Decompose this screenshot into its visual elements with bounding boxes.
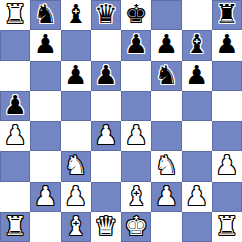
square-f5[interactable]	[151, 91, 181, 121]
square-g5[interactable]	[182, 91, 212, 121]
black-pawn-icon[interactable]: ♟	[155, 31, 178, 57]
white-rook-icon[interactable]: ♜	[3, 1, 26, 27]
square-c1[interactable]: ♝	[61, 212, 91, 242]
square-c3[interactable]: ♞	[61, 151, 91, 181]
square-h7[interactable]: ♟	[212, 30, 242, 60]
square-b3[interactable]	[30, 151, 60, 181]
square-g7[interactable]: ♝	[182, 30, 212, 60]
white-king-icon[interactable]: ♚	[124, 213, 147, 239]
white-rook-icon[interactable]: ♜	[215, 213, 238, 239]
square-f4[interactable]	[151, 121, 181, 151]
square-f7[interactable]: ♟	[151, 30, 181, 60]
square-h3[interactable]: ♟	[212, 151, 242, 181]
square-g4[interactable]	[182, 121, 212, 151]
square-a3[interactable]	[0, 151, 30, 181]
square-f3[interactable]: ♞	[151, 151, 181, 181]
white-pawn-icon[interactable]: ♟	[155, 183, 178, 209]
square-f8[interactable]	[151, 0, 181, 30]
black-queen-icon[interactable]: ♛	[94, 1, 117, 27]
square-a1[interactable]: ♜	[0, 212, 30, 242]
square-h1[interactable]: ♜	[212, 212, 242, 242]
square-c7[interactable]	[61, 30, 91, 60]
square-b8[interactable]: ♞	[30, 0, 60, 30]
square-d8[interactable]: ♛	[91, 0, 121, 30]
black-pawn-icon[interactable]: ♟	[185, 62, 208, 88]
black-pawn-icon[interactable]: ♟	[34, 31, 57, 57]
white-bishop-icon[interactable]: ♝	[124, 183, 147, 209]
square-d1[interactable]: ♛	[91, 212, 121, 242]
white-knight-icon[interactable]: ♞	[155, 152, 178, 178]
square-g1[interactable]	[182, 212, 212, 242]
square-g6[interactable]: ♟	[182, 61, 212, 91]
black-bishop-icon[interactable]: ♝	[185, 31, 208, 57]
square-f1[interactable]	[151, 212, 181, 242]
square-d7[interactable]	[91, 30, 121, 60]
white-pawn-icon[interactable]: ♟	[185, 183, 208, 209]
square-c8[interactable]: ♝	[61, 0, 91, 30]
square-d5[interactable]	[91, 91, 121, 121]
white-pawn-icon[interactable]: ♟	[64, 183, 87, 209]
square-f2[interactable]: ♟	[151, 182, 181, 212]
square-e2[interactable]: ♝	[121, 182, 151, 212]
square-g3[interactable]	[182, 151, 212, 181]
square-e3[interactable]	[121, 151, 151, 181]
square-c6[interactable]: ♟	[61, 61, 91, 91]
square-h8[interactable]: ♜	[212, 0, 242, 30]
square-c5[interactable]	[61, 91, 91, 121]
square-e4[interactable]: ♟	[121, 121, 151, 151]
white-pawn-icon[interactable]: ♟	[124, 122, 147, 148]
square-d4[interactable]: ♟	[91, 121, 121, 151]
black-pawn-icon[interactable]: ♟	[124, 31, 147, 57]
square-h5[interactable]	[212, 91, 242, 121]
square-g8[interactable]	[182, 0, 212, 30]
square-e8[interactable]: ♚	[121, 0, 151, 30]
square-e1[interactable]: ♚	[121, 212, 151, 242]
black-king-icon[interactable]: ♚	[124, 1, 147, 27]
black-bishop-icon[interactable]: ♝	[64, 1, 87, 27]
square-a7[interactable]	[0, 30, 30, 60]
white-queen-icon[interactable]: ♛	[94, 213, 117, 239]
square-b7[interactable]: ♟	[30, 30, 60, 60]
square-e5[interactable]	[121, 91, 151, 121]
square-d2[interactable]	[91, 182, 121, 212]
square-d6[interactable]: ♟	[91, 61, 121, 91]
white-pawn-icon[interactable]: ♟	[34, 183, 57, 209]
square-h6[interactable]	[212, 61, 242, 91]
square-b4[interactable]	[30, 121, 60, 151]
black-pawn-icon[interactable]: ♟	[94, 62, 117, 88]
square-a4[interactable]: ♟	[0, 121, 30, 151]
square-h4[interactable]	[212, 121, 242, 151]
square-f6[interactable]: ♞	[151, 61, 181, 91]
square-a5[interactable]: ♟	[0, 91, 30, 121]
white-pawn-icon[interactable]: ♟	[94, 122, 117, 148]
black-rook-icon[interactable]: ♜	[215, 1, 238, 27]
white-rook-icon[interactable]: ♜	[3, 213, 26, 239]
white-pawn-icon[interactable]: ♟	[3, 122, 26, 148]
square-a2[interactable]	[0, 182, 30, 212]
chess-board: ♜♞♝♛♚♜♟♟♟♝♟♟♟♞♟♟♟♟♟♞♞♟♟♟♝♟♟♜♝♛♚♜	[0, 0, 242, 242]
square-a8[interactable]: ♜	[0, 0, 30, 30]
square-c4[interactable]	[61, 121, 91, 151]
white-bishop-icon[interactable]: ♝	[64, 213, 87, 239]
square-b6[interactable]	[30, 61, 60, 91]
black-pawn-icon[interactable]: ♟	[215, 31, 238, 57]
white-knight-icon[interactable]: ♞	[64, 152, 87, 178]
black-knight-icon[interactable]: ♞	[34, 1, 57, 27]
square-d3[interactable]	[91, 151, 121, 181]
square-a6[interactable]	[0, 61, 30, 91]
square-c2[interactable]: ♟	[61, 182, 91, 212]
square-h2[interactable]	[212, 182, 242, 212]
square-g2[interactable]: ♟	[182, 182, 212, 212]
white-pawn-icon[interactable]: ♟	[215, 152, 238, 178]
black-pawn-icon[interactable]: ♟	[3, 92, 26, 118]
black-pawn-icon[interactable]: ♟	[64, 62, 87, 88]
square-b2[interactable]: ♟	[30, 182, 60, 212]
black-knight-icon[interactable]: ♞	[155, 62, 178, 88]
square-b1[interactable]	[30, 212, 60, 242]
square-b5[interactable]	[30, 91, 60, 121]
square-e6[interactable]	[121, 61, 151, 91]
square-e7[interactable]: ♟	[121, 30, 151, 60]
